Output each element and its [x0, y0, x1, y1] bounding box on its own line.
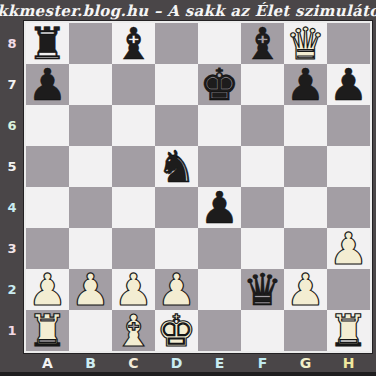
- square-a7[interactable]: ♟: [26, 64, 69, 105]
- file-label-e: E: [198, 353, 241, 372]
- rank-label-8: 8: [0, 23, 24, 64]
- page-title: sakkmester.blog.hu – A sakk az Élet szim…: [0, 2, 376, 20]
- rank-label-6: 6: [0, 105, 24, 146]
- white-pawn-b2: ♟: [71, 268, 110, 312]
- rank-label-7: 7: [0, 64, 24, 105]
- black-pawn-a7: ♟: [28, 63, 67, 107]
- file-labels: ABCDEFGH: [24, 353, 372, 372]
- file-label-c: C: [112, 353, 155, 372]
- board-grid: ♜♝♝♛♟♚♟♟♞♟♟♟♟♟♟♛♟♜♝♚♜: [24, 21, 372, 353]
- square-e1[interactable]: [198, 310, 241, 351]
- black-pawn-g7: ♟: [286, 63, 325, 107]
- chess-diagram-window: sakkmester.blog.hu – A sakk az Élet szim…: [0, 0, 376, 376]
- square-h3[interactable]: ♟: [327, 228, 370, 269]
- black-queen-f2: ♛: [243, 268, 282, 312]
- square-e6[interactable]: [198, 105, 241, 146]
- square-a1[interactable]: ♜: [26, 310, 69, 351]
- square-d4[interactable]: [155, 187, 198, 228]
- file-label-h: H: [327, 353, 370, 372]
- square-d3[interactable]: [155, 228, 198, 269]
- file-label-d: D: [155, 353, 198, 372]
- file-label-a: A: [26, 353, 69, 372]
- square-d8[interactable]: [155, 23, 198, 64]
- square-h5[interactable]: [327, 146, 370, 187]
- square-a8[interactable]: ♜: [26, 23, 69, 64]
- square-g3[interactable]: [284, 228, 327, 269]
- black-bishop-c8: ♝: [114, 22, 153, 66]
- square-b3[interactable]: [69, 228, 112, 269]
- white-rook-h1: ♜: [329, 309, 368, 353]
- square-d2[interactable]: ♟: [155, 269, 198, 310]
- file-label-f: F: [241, 353, 284, 372]
- rank-labels: 87654321: [0, 21, 24, 372]
- square-c8[interactable]: ♝: [112, 23, 155, 64]
- square-h1[interactable]: ♜: [327, 310, 370, 351]
- square-c3[interactable]: [112, 228, 155, 269]
- square-g1[interactable]: [284, 310, 327, 351]
- board-frame: ♜♝♝♛♟♚♟♟♞♟♟♟♟♟♟♛♟♜♝♚♜ ABCDEFGH: [24, 21, 372, 372]
- square-b1[interactable]: [69, 310, 112, 351]
- square-h4[interactable]: [327, 187, 370, 228]
- square-a6[interactable]: [26, 105, 69, 146]
- square-c5[interactable]: [112, 146, 155, 187]
- square-f1[interactable]: [241, 310, 284, 351]
- square-e2[interactable]: [198, 269, 241, 310]
- square-g6[interactable]: [284, 105, 327, 146]
- white-rook-a1: ♜: [28, 309, 67, 353]
- black-bishop-f8: ♝: [243, 22, 282, 66]
- black-pawn-e4: ♟: [200, 186, 239, 230]
- rank-label-5: 5: [0, 146, 24, 187]
- square-b7[interactable]: [69, 64, 112, 105]
- square-f3[interactable]: [241, 228, 284, 269]
- square-h6[interactable]: [327, 105, 370, 146]
- square-g8[interactable]: ♛: [284, 23, 327, 64]
- rank-label-3: 3: [0, 228, 24, 269]
- square-d6[interactable]: [155, 105, 198, 146]
- square-f4[interactable]: [241, 187, 284, 228]
- white-bishop-c1: ♝: [114, 309, 153, 353]
- square-e3[interactable]: [198, 228, 241, 269]
- rank-label-2: 2: [0, 269, 24, 310]
- square-b5[interactable]: [69, 146, 112, 187]
- square-a3[interactable]: [26, 228, 69, 269]
- file-label-b: B: [69, 353, 112, 372]
- square-e7[interactable]: ♚: [198, 64, 241, 105]
- square-d5[interactable]: ♞: [155, 146, 198, 187]
- square-b6[interactable]: [69, 105, 112, 146]
- square-c4[interactable]: [112, 187, 155, 228]
- square-f6[interactable]: [241, 105, 284, 146]
- bottom-strip: [0, 372, 376, 376]
- square-c7[interactable]: [112, 64, 155, 105]
- white-pawn-h3: ♟: [329, 227, 368, 271]
- square-h8[interactable]: [327, 23, 370, 64]
- board-area: 87654321 ♜♝♝♛♟♚♟♟♞♟♟♟♟♟♟♛♟♜♝♚♜ ABCDEFGH: [0, 21, 376, 372]
- square-d7[interactable]: [155, 64, 198, 105]
- square-b4[interactable]: [69, 187, 112, 228]
- square-e4[interactable]: ♟: [198, 187, 241, 228]
- square-g4[interactable]: [284, 187, 327, 228]
- square-d1[interactable]: ♚: [155, 310, 198, 351]
- white-king-d1: ♚: [157, 309, 196, 353]
- square-f7[interactable]: [241, 64, 284, 105]
- square-f8[interactable]: ♝: [241, 23, 284, 64]
- square-a2[interactable]: ♟: [26, 269, 69, 310]
- square-f2[interactable]: ♛: [241, 269, 284, 310]
- square-b8[interactable]: [69, 23, 112, 64]
- square-a5[interactable]: [26, 146, 69, 187]
- square-e8[interactable]: [198, 23, 241, 64]
- square-g2[interactable]: ♟: [284, 269, 327, 310]
- square-c2[interactable]: ♟: [112, 269, 155, 310]
- black-pawn-h7: ♟: [329, 63, 368, 107]
- square-h7[interactable]: ♟: [327, 64, 370, 105]
- square-f5[interactable]: [241, 146, 284, 187]
- black-knight-d5: ♞: [157, 145, 196, 189]
- square-a4[interactable]: [26, 187, 69, 228]
- black-king-e7: ♚: [200, 63, 239, 107]
- white-pawn-g2: ♟: [286, 268, 325, 312]
- square-g5[interactable]: [284, 146, 327, 187]
- file-label-g: G: [284, 353, 327, 372]
- rank-label-4: 4: [0, 187, 24, 228]
- square-c1[interactable]: ♝: [112, 310, 155, 351]
- square-h2[interactable]: [327, 269, 370, 310]
- square-g7[interactable]: ♟: [284, 64, 327, 105]
- square-e5[interactable]: [198, 146, 241, 187]
- square-b2[interactable]: ♟: [69, 269, 112, 310]
- rank-label-1: 1: [0, 310, 24, 351]
- square-c6[interactable]: [112, 105, 155, 146]
